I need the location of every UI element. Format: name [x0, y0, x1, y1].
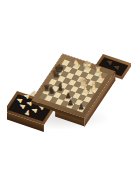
board-square	[77, 106, 86, 113]
product-photo-chess-box[interactable]: ♚♛♜♞♝♟♟♟♚♛♜♞♝♟♟♟♟♟♟♟♟♟♟♟♟♟♟	[7, 47, 131, 139]
page-background: ♚♛♜♞♝♟♟♟♚♛♜♞♝♟♟♟♟♟♟♟♟♟♟♟♟♟♟	[0, 0, 140, 187]
